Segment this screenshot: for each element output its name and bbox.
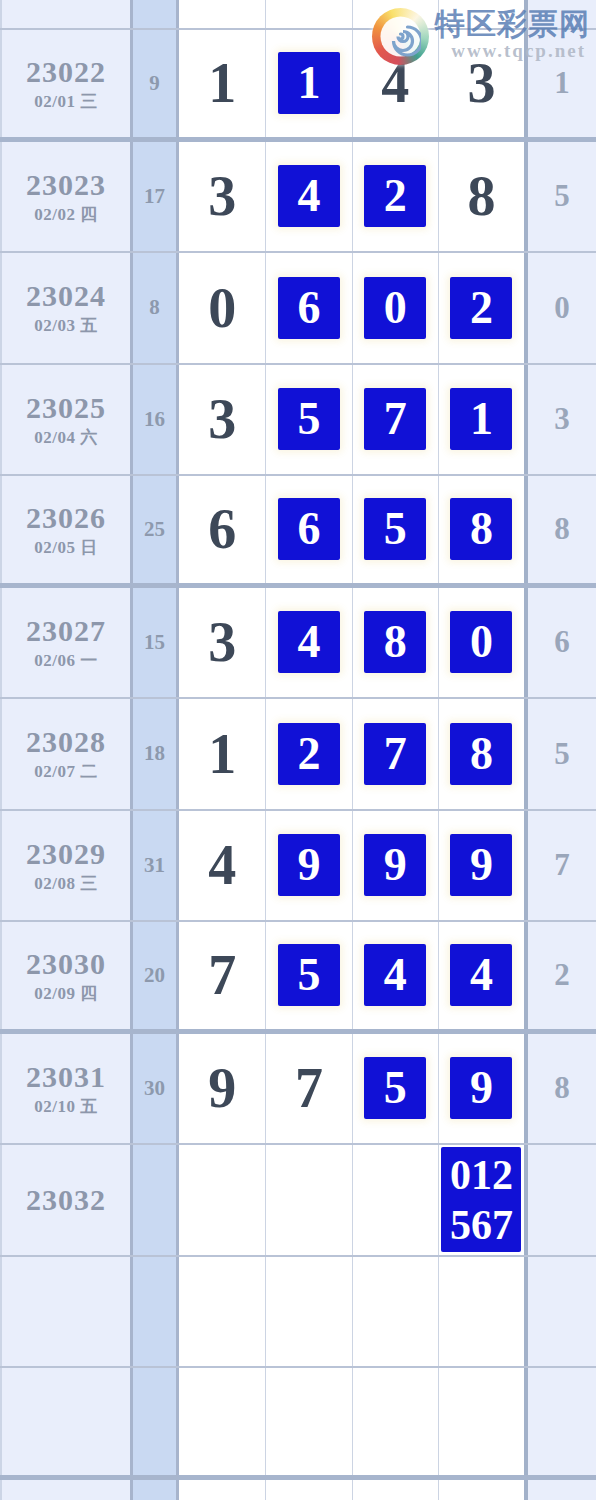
highlighted-digit: 2 [364, 165, 426, 227]
highlighted-digit: 0 [364, 277, 426, 339]
sum-value: 20 [144, 963, 165, 988]
highlighted-digit: 9 [364, 834, 426, 896]
digit-cell: 6 [265, 253, 351, 363]
sum-value: 8 [149, 295, 160, 320]
sum-cell: 30 [130, 1034, 179, 1144]
highlighted-digit: 6 [278, 277, 340, 339]
digit-cell: 6 [179, 476, 265, 583]
lottery-trend-chart: 特区彩票网 www.tqcp.net 2302202/01 三911431230… [0, 0, 596, 1500]
digit-cell: 9 [438, 1034, 524, 1144]
digit-cell [265, 1480, 351, 1500]
highlighted-digit: 9 [450, 1057, 512, 1119]
draw-row: 2302502/04 六1635713 [0, 365, 596, 477]
tail-value: 1 [554, 65, 570, 101]
digit-cell: 0 [352, 253, 438, 363]
period-cell: 2302802/07 二 [0, 699, 130, 809]
forecast-row: 23032012567 [0, 1145, 596, 1257]
highlighted-digit: 8 [450, 723, 512, 785]
digit-value: 7 [208, 947, 236, 1003]
digit-cell: 1 [265, 30, 351, 137]
highlighted-digit: 8 [364, 611, 426, 673]
highlighted-digit: 4 [364, 944, 426, 1006]
digit-cell: 9 [352, 811, 438, 921]
highlighted-digit: 5 [278, 388, 340, 450]
digit-value: 3 [208, 168, 236, 224]
sum-value: 25 [144, 517, 165, 542]
period-number: 23032 [26, 1185, 106, 1215]
digit-cell: 7 [352, 365, 438, 475]
digit-value: 0 [208, 280, 236, 336]
draw-date: 02/06 一 [34, 652, 97, 669]
highlighted-digit: 6 [278, 498, 340, 560]
site-logo-swirl-icon [372, 8, 429, 65]
digit-cell: 4 [352, 922, 438, 1029]
highlighted-digit: 9 [278, 834, 340, 896]
tail-cell: 7 [524, 811, 596, 921]
sum-cell [130, 1145, 179, 1255]
sum-cell: 9 [130, 30, 179, 137]
digit-cell: 5 [352, 476, 438, 583]
digit-cell: 0 [179, 253, 265, 363]
sum-cell [130, 1257, 179, 1367]
sum-value: 30 [144, 1076, 165, 1101]
digit-value: 7 [295, 1060, 323, 1116]
sum-cell: 17 [130, 142, 179, 252]
digit-cell [265, 0, 351, 28]
draw-date: 02/01 三 [34, 93, 97, 110]
digit-value: 4 [208, 837, 236, 893]
period-cell: 2302902/08 三 [0, 811, 130, 921]
digit-cell [438, 1368, 524, 1475]
draw-date: 02/03 五 [34, 317, 97, 334]
digit-cell: 2 [265, 699, 351, 809]
period-number: 23030 [26, 949, 106, 979]
highlighted-digit: 1 [278, 52, 340, 114]
period-cell: 2302202/01 三 [0, 30, 130, 137]
site-url: www.tqcp.net [451, 41, 586, 61]
digit-value: 1 [208, 726, 236, 782]
highlighted-digit: 5 [364, 1057, 426, 1119]
digit-cell: 0 [438, 588, 524, 698]
sum-cell [130, 1368, 179, 1475]
digit-value: 6 [208, 501, 236, 557]
digit-cell [352, 1257, 438, 1367]
digit-cell: 4 [438, 922, 524, 1029]
draw-date: 02/07 二 [34, 763, 97, 780]
digit-cell [352, 1145, 438, 1255]
digit-cell [352, 1368, 438, 1475]
sum-cell [130, 0, 179, 28]
tail-value: 3 [554, 401, 570, 437]
site-logo[interactable]: 特区彩票网 www.tqcp.net [372, 5, 590, 65]
tail-cell: 5 [524, 699, 596, 809]
tail-cell: 8 [524, 1034, 596, 1144]
digit-cell: 7 [265, 1034, 351, 1144]
tail-value: 5 [554, 178, 570, 214]
tail-cell: 5 [524, 142, 596, 252]
digit-cell: 7 [352, 699, 438, 809]
sum-cell: 25 [130, 476, 179, 583]
period-cell: 2303102/10 五 [0, 1034, 130, 1144]
period-cell [0, 1368, 130, 1475]
period-number: 23031 [26, 1062, 106, 1092]
tail-cell: 0 [524, 253, 596, 363]
digit-cell [352, 1480, 438, 1500]
digit-value: 3 [208, 614, 236, 670]
digit-cell [265, 1257, 351, 1367]
period-cell: 2302302/02 四 [0, 142, 130, 252]
forecast-line: 012 [450, 1150, 513, 1200]
period-cell [0, 1257, 130, 1367]
draw-date: 02/08 三 [34, 875, 97, 892]
period-cell: 2303002/09 四 [0, 922, 130, 1029]
sum-value: 15 [144, 630, 165, 655]
tail-value: 0 [554, 290, 570, 326]
tail-cell: 2 [524, 922, 596, 1029]
highlighted-digit: 7 [364, 388, 426, 450]
digit-cell: 3 [179, 588, 265, 698]
digit-cell: 1 [438, 365, 524, 475]
period-number: 23024 [26, 281, 106, 311]
sum-cell: 31 [130, 811, 179, 921]
highlighted-digit: 1 [450, 388, 512, 450]
digit-value: 9 [208, 1060, 236, 1116]
period-number: 23025 [26, 393, 106, 423]
tail-cell: 3 [524, 365, 596, 475]
sum-value: 17 [144, 184, 165, 209]
period-number: 23028 [26, 727, 106, 757]
sum-cell [130, 1480, 179, 1500]
digit-cell: 5 [352, 1034, 438, 1144]
digit-value: 3 [208, 391, 236, 447]
partial-bottom-row [0, 1480, 596, 1500]
tail-cell [524, 1480, 596, 1500]
period-cell: 2302502/04 六 [0, 365, 130, 475]
highlighted-digit: 5 [278, 944, 340, 1006]
tail-value: 6 [554, 624, 570, 660]
empty-row [0, 1257, 596, 1369]
period-cell [0, 0, 130, 28]
tail-cell [524, 1145, 596, 1255]
digit-cell: 012567 [438, 1145, 524, 1255]
digit-cell: 8 [438, 476, 524, 583]
digit-cell: 9 [438, 811, 524, 921]
tail-value: 8 [554, 511, 570, 547]
period-number: 23026 [26, 503, 106, 533]
highlighted-digit: 2 [278, 723, 340, 785]
draw-row: 2302802/07 二1812785 [0, 699, 596, 811]
tail-value: 5 [554, 736, 570, 772]
period-cell [0, 1480, 130, 1500]
highlighted-digit: 7 [364, 723, 426, 785]
digit-cell: 6 [265, 476, 351, 583]
digit-cell: 7 [179, 922, 265, 1029]
tail-cell [524, 1368, 596, 1475]
digit-cell: 4 [265, 142, 351, 252]
highlighted-digit: 2 [450, 277, 512, 339]
digit-cell [179, 1480, 265, 1500]
digit-cell: 9 [265, 811, 351, 921]
draw-row: 2303002/09 四2075442 [0, 922, 596, 1034]
digit-cell: 8 [352, 588, 438, 698]
digit-cell: 4 [179, 811, 265, 921]
chart-rows: 2302202/01 三9114312302302/02 四1734285230… [0, 0, 596, 1500]
sum-cell: 16 [130, 365, 179, 475]
digit-value: 1 [208, 55, 236, 111]
sum-value: 16 [144, 407, 165, 432]
draw-date: 02/09 四 [34, 985, 97, 1002]
highlighted-digit: 0 [450, 611, 512, 673]
digit-cell: 5 [265, 922, 351, 1029]
period-cell: 2302402/03 五 [0, 253, 130, 363]
draw-date: 02/02 四 [34, 206, 97, 223]
period-number: 23022 [26, 57, 106, 87]
period-number: 23027 [26, 616, 106, 646]
period-number: 23023 [26, 170, 106, 200]
digit-cell [179, 1368, 265, 1475]
digit-cell: 3 [179, 142, 265, 252]
draw-date: 02/05 日 [34, 539, 97, 556]
digit-cell: 9 [179, 1034, 265, 1144]
draw-row: 2302702/06 一1534806 [0, 588, 596, 700]
digit-cell [179, 0, 265, 28]
draw-row: 2302302/02 四1734285 [0, 142, 596, 254]
tail-value: 7 [554, 847, 570, 883]
digit-cell [265, 1368, 351, 1475]
highlighted-digit: 4 [278, 611, 340, 673]
digit-cell [438, 1480, 524, 1500]
forecast-line: 567 [450, 1200, 513, 1250]
digit-cell: 8 [438, 142, 524, 252]
draw-date: 02/10 五 [34, 1098, 97, 1115]
period-cell: 23032 [0, 1145, 130, 1255]
digit-cell: 4 [265, 588, 351, 698]
tail-cell [524, 1257, 596, 1367]
digit-cell: 2 [352, 142, 438, 252]
digit-cell: 1 [179, 30, 265, 137]
sum-cell: 18 [130, 699, 179, 809]
draw-row: 2302902/08 三3149997 [0, 811, 596, 923]
digit-cell [265, 1145, 351, 1255]
draw-date: 02/04 六 [34, 429, 97, 446]
sum-value: 18 [144, 741, 165, 766]
digit-cell: 3 [179, 365, 265, 475]
sum-cell: 15 [130, 588, 179, 698]
digit-cell: 2 [438, 253, 524, 363]
sum-value: 9 [149, 71, 160, 96]
digit-value: 8 [467, 168, 495, 224]
digit-cell [438, 1257, 524, 1367]
digit-cell: 8 [438, 699, 524, 809]
draw-row: 2303102/10 五3097598 [0, 1034, 596, 1146]
forecast-box: 012567 [441, 1147, 521, 1252]
period-number: 23029 [26, 839, 106, 869]
digit-cell [179, 1257, 265, 1367]
highlighted-digit: 9 [450, 834, 512, 896]
draw-row: 2302602/05 日2566588 [0, 476, 596, 588]
digit-cell: 5 [265, 365, 351, 475]
highlighted-digit: 4 [450, 944, 512, 1006]
tail-cell: 8 [524, 476, 596, 583]
tail-cell: 6 [524, 588, 596, 698]
highlighted-digit: 8 [450, 498, 512, 560]
sum-cell: 8 [130, 253, 179, 363]
empty-row [0, 1368, 596, 1480]
highlighted-digit: 4 [278, 165, 340, 227]
period-cell: 2302602/05 日 [0, 476, 130, 583]
sum-cell: 20 [130, 922, 179, 1029]
tail-value: 2 [554, 957, 570, 993]
period-cell: 2302702/06 一 [0, 588, 130, 698]
site-name: 特区彩票网 [435, 5, 590, 43]
draw-row: 2302402/03 五806020 [0, 253, 596, 365]
digit-cell: 1 [179, 699, 265, 809]
sum-value: 31 [144, 853, 165, 878]
highlighted-digit: 5 [364, 498, 426, 560]
tail-value: 8 [554, 1070, 570, 1106]
digit-cell [179, 1145, 265, 1255]
